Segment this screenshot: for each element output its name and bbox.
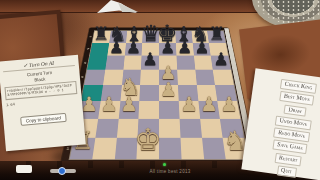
chess-piece-white-p-h3[interactable]: ♟ bbox=[220, 95, 238, 115]
chess-piece-white-k-d1[interactable]: ♚ bbox=[135, 125, 162, 155]
square-g6[interactable] bbox=[194, 56, 213, 70]
game-menu-paper: Check KingBest MoveDrawUndo MoveRedo Mov… bbox=[241, 68, 320, 180]
chess-piece-black-p-g7[interactable]: ♟ bbox=[194, 39, 209, 56]
square-f5[interactable] bbox=[177, 70, 196, 85]
chess-piece-black-r-a8[interactable]: ♜ bbox=[93, 25, 110, 44]
menu-item-draw[interactable]: Draw bbox=[284, 104, 307, 117]
square-f1[interactable] bbox=[180, 138, 203, 159]
chess-piece-black-r-h8[interactable]: ♜ bbox=[208, 25, 225, 44]
copy-to-clipboard-label: Copy to clipboard bbox=[21, 113, 67, 126]
chess-piece-white-p-b3[interactable]: ♟ bbox=[100, 95, 118, 115]
chess-piece-white-p-f3[interactable]: ♟ bbox=[180, 95, 198, 115]
square-b1[interactable] bbox=[92, 138, 116, 159]
square-e1[interactable] bbox=[159, 138, 181, 159]
checkmark-icon: ✓ bbox=[23, 62, 28, 68]
square-d5[interactable] bbox=[140, 70, 159, 85]
menu-item-restart[interactable]: Restart bbox=[274, 153, 302, 166]
square-h5[interactable] bbox=[213, 70, 234, 85]
square-a7[interactable] bbox=[90, 43, 109, 56]
square-f6[interactable] bbox=[176, 56, 195, 70]
square-b6[interactable] bbox=[105, 56, 124, 70]
chess-piece-black-p-h6[interactable]: ♟ bbox=[213, 51, 229, 68]
ui-slider[interactable] bbox=[50, 169, 76, 173]
chess-piece-black-p-c7[interactable]: ♟ bbox=[126, 39, 141, 56]
chess-piece-black-p-f7[interactable]: ♟ bbox=[177, 39, 192, 56]
square-d3[interactable] bbox=[139, 101, 159, 119]
ai-notepad[interactable]: ✓ Turn On AI Current Turn Black rnbqkbnr… bbox=[0, 55, 86, 152]
bottom-caption: All time best 2013 bbox=[110, 169, 230, 174]
chess-piece-black-p-b7[interactable]: ♟ bbox=[109, 39, 124, 56]
status-led bbox=[163, 163, 166, 166]
menu-item-best-move[interactable]: Best Move bbox=[279, 91, 314, 105]
square-g1[interactable] bbox=[202, 138, 226, 159]
square-f2[interactable] bbox=[179, 119, 201, 138]
square-e2[interactable] bbox=[159, 119, 180, 138]
chess-piece-white-p-g3[interactable]: ♟ bbox=[200, 95, 218, 115]
square-a5[interactable] bbox=[84, 70, 105, 85]
square-a6[interactable] bbox=[87, 56, 107, 70]
chess-piece-black-p-e7[interactable]: ♟ bbox=[160, 39, 175, 56]
slider-knob[interactable] bbox=[58, 167, 66, 175]
square-g2[interactable] bbox=[200, 119, 223, 138]
turn-on-ai-label: Turn On AI bbox=[29, 60, 54, 68]
square-e3[interactable] bbox=[159, 101, 179, 119]
chess-piece-white-p-e4[interactable]: ♟ bbox=[160, 79, 177, 98]
square-b2[interactable] bbox=[95, 119, 118, 138]
chess-piece-white-p-c3[interactable]: ♟ bbox=[120, 95, 138, 115]
chess-piece-black-p-d6[interactable]: ♟ bbox=[142, 51, 158, 68]
square-g5[interactable] bbox=[195, 70, 215, 85]
square-d4[interactable] bbox=[140, 85, 159, 101]
ui-chip[interactable] bbox=[16, 165, 32, 173]
tabletop-scene: abcdefgh 87654321 ♜♞♝♛♚♝♞♜♟♟♟♟♟♟♟♟♞♟♟♟♟♟… bbox=[0, 0, 320, 180]
square-c6[interactable] bbox=[123, 56, 142, 70]
copy-to-clipboard-button[interactable]: Copy to clipboard bbox=[6, 104, 79, 128]
